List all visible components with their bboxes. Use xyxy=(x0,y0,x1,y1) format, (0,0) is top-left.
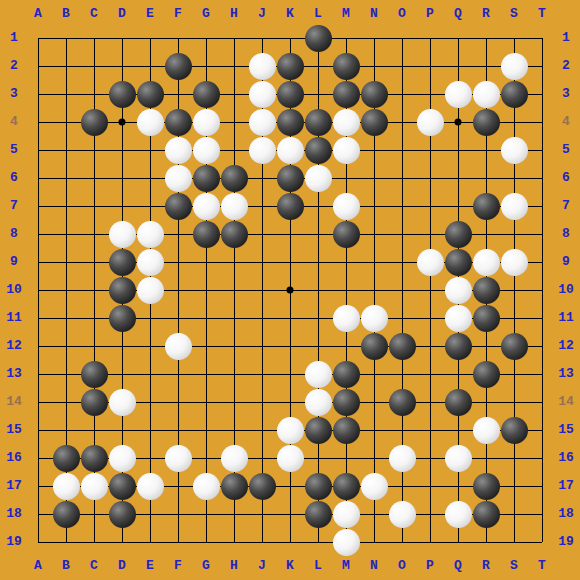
intersection-K9[interactable] xyxy=(276,248,304,276)
intersection-K2[interactable] xyxy=(276,52,304,80)
intersection-B11[interactable] xyxy=(52,304,80,332)
intersection-R19[interactable] xyxy=(472,528,500,556)
intersection-F4[interactable] xyxy=(164,108,192,136)
intersection-J7[interactable] xyxy=(248,192,276,220)
intersection-G18[interactable] xyxy=(192,500,220,528)
intersection-Q14[interactable] xyxy=(444,388,472,416)
intersection-J9[interactable] xyxy=(248,248,276,276)
intersection-B19[interactable] xyxy=(52,528,80,556)
intersection-G17[interactable] xyxy=(192,472,220,500)
intersection-M11[interactable] xyxy=(332,304,360,332)
intersection-E1[interactable] xyxy=(136,24,164,52)
intersection-C18[interactable] xyxy=(80,500,108,528)
intersection-P15[interactable] xyxy=(416,416,444,444)
intersection-R15[interactable] xyxy=(472,416,500,444)
intersection-F5[interactable] xyxy=(164,136,192,164)
intersection-C13[interactable] xyxy=(80,360,108,388)
intersection-B18[interactable] xyxy=(52,500,80,528)
intersection-R7[interactable] xyxy=(472,192,500,220)
intersection-O11[interactable] xyxy=(388,304,416,332)
intersection-N14[interactable] xyxy=(360,388,388,416)
intersection-T6[interactable] xyxy=(528,164,556,192)
intersection-P12[interactable] xyxy=(416,332,444,360)
intersection-O17[interactable] xyxy=(388,472,416,500)
intersection-N7[interactable] xyxy=(360,192,388,220)
intersection-H6[interactable] xyxy=(220,164,248,192)
intersection-D10[interactable] xyxy=(108,276,136,304)
intersection-H16[interactable] xyxy=(220,444,248,472)
intersection-G3[interactable] xyxy=(192,80,220,108)
intersection-A15[interactable] xyxy=(24,416,52,444)
intersection-M15[interactable] xyxy=(332,416,360,444)
intersection-G6[interactable] xyxy=(192,164,220,192)
intersection-L5[interactable] xyxy=(304,136,332,164)
intersection-E19[interactable] xyxy=(136,528,164,556)
intersection-A4[interactable] xyxy=(24,108,52,136)
intersection-G13[interactable] xyxy=(192,360,220,388)
intersection-D16[interactable] xyxy=(108,444,136,472)
intersection-S11[interactable] xyxy=(500,304,528,332)
intersection-B4[interactable] xyxy=(52,108,80,136)
intersection-H15[interactable] xyxy=(220,416,248,444)
intersection-M17[interactable] xyxy=(332,472,360,500)
intersection-R4[interactable] xyxy=(472,108,500,136)
intersection-H7[interactable] xyxy=(220,192,248,220)
intersection-B9[interactable] xyxy=(52,248,80,276)
intersection-M14[interactable] xyxy=(332,388,360,416)
intersection-C3[interactable] xyxy=(80,80,108,108)
intersection-F10[interactable] xyxy=(164,276,192,304)
intersection-E13[interactable] xyxy=(136,360,164,388)
intersection-J19[interactable] xyxy=(248,528,276,556)
intersection-R17[interactable] xyxy=(472,472,500,500)
intersection-C6[interactable] xyxy=(80,164,108,192)
intersection-L2[interactable] xyxy=(304,52,332,80)
intersection-P1[interactable] xyxy=(416,24,444,52)
intersection-K16[interactable] xyxy=(276,444,304,472)
intersection-Q18[interactable] xyxy=(444,500,472,528)
intersection-B16[interactable] xyxy=(52,444,80,472)
intersection-D3[interactable] xyxy=(108,80,136,108)
intersection-J1[interactable] xyxy=(248,24,276,52)
intersection-H8[interactable] xyxy=(220,220,248,248)
intersection-T3[interactable] xyxy=(528,80,556,108)
intersection-A1[interactable] xyxy=(24,24,52,52)
intersection-N8[interactable] xyxy=(360,220,388,248)
intersection-O1[interactable] xyxy=(388,24,416,52)
intersection-R11[interactable] xyxy=(472,304,500,332)
intersection-D11[interactable] xyxy=(108,304,136,332)
intersection-L8[interactable] xyxy=(304,220,332,248)
intersection-K10[interactable] xyxy=(276,276,304,304)
intersection-L10[interactable] xyxy=(304,276,332,304)
intersection-F3[interactable] xyxy=(164,80,192,108)
intersection-N16[interactable] xyxy=(360,444,388,472)
intersection-T16[interactable] xyxy=(528,444,556,472)
intersection-F13[interactable] xyxy=(164,360,192,388)
intersection-T19[interactable] xyxy=(528,528,556,556)
intersection-O14[interactable] xyxy=(388,388,416,416)
intersection-H11[interactable] xyxy=(220,304,248,332)
intersection-G11[interactable] xyxy=(192,304,220,332)
intersection-J14[interactable] xyxy=(248,388,276,416)
intersection-E16[interactable] xyxy=(136,444,164,472)
intersection-L18[interactable] xyxy=(304,500,332,528)
intersection-F16[interactable] xyxy=(164,444,192,472)
intersection-E17[interactable] xyxy=(136,472,164,500)
intersection-F12[interactable] xyxy=(164,332,192,360)
intersection-B10[interactable] xyxy=(52,276,80,304)
intersection-R8[interactable] xyxy=(472,220,500,248)
intersection-Q1[interactable] xyxy=(444,24,472,52)
intersection-H2[interactable] xyxy=(220,52,248,80)
intersection-M16[interactable] xyxy=(332,444,360,472)
intersection-T1[interactable] xyxy=(528,24,556,52)
intersection-A10[interactable] xyxy=(24,276,52,304)
intersection-E11[interactable] xyxy=(136,304,164,332)
intersection-S6[interactable] xyxy=(500,164,528,192)
intersection-J5[interactable] xyxy=(248,136,276,164)
intersection-J13[interactable] xyxy=(248,360,276,388)
intersection-P6[interactable] xyxy=(416,164,444,192)
intersection-F2[interactable] xyxy=(164,52,192,80)
intersection-L13[interactable] xyxy=(304,360,332,388)
intersection-T15[interactable] xyxy=(528,416,556,444)
intersection-C5[interactable] xyxy=(80,136,108,164)
intersection-P14[interactable] xyxy=(416,388,444,416)
intersection-Q9[interactable] xyxy=(444,248,472,276)
intersection-J11[interactable] xyxy=(248,304,276,332)
intersection-E18[interactable] xyxy=(136,500,164,528)
intersection-B12[interactable] xyxy=(52,332,80,360)
intersection-L17[interactable] xyxy=(304,472,332,500)
intersection-L12[interactable] xyxy=(304,332,332,360)
intersection-F18[interactable] xyxy=(164,500,192,528)
intersection-P9[interactable] xyxy=(416,248,444,276)
intersection-K15[interactable] xyxy=(276,416,304,444)
intersection-N12[interactable] xyxy=(360,332,388,360)
intersection-O15[interactable] xyxy=(388,416,416,444)
intersection-A19[interactable] xyxy=(24,528,52,556)
intersection-K8[interactable] xyxy=(276,220,304,248)
intersection-H19[interactable] xyxy=(220,528,248,556)
intersection-G1[interactable] xyxy=(192,24,220,52)
intersection-R2[interactable] xyxy=(472,52,500,80)
intersection-O9[interactable] xyxy=(388,248,416,276)
intersection-P18[interactable] xyxy=(416,500,444,528)
intersection-T9[interactable] xyxy=(528,248,556,276)
intersection-L19[interactable] xyxy=(304,528,332,556)
intersection-Q3[interactable] xyxy=(444,80,472,108)
intersection-Q19[interactable] xyxy=(444,528,472,556)
intersection-D7[interactable] xyxy=(108,192,136,220)
intersection-L3[interactable] xyxy=(304,80,332,108)
intersection-C1[interactable] xyxy=(80,24,108,52)
intersection-Q16[interactable] xyxy=(444,444,472,472)
intersection-O7[interactable] xyxy=(388,192,416,220)
intersection-S15[interactable] xyxy=(500,416,528,444)
intersection-L11[interactable] xyxy=(304,304,332,332)
intersection-O3[interactable] xyxy=(388,80,416,108)
intersection-E14[interactable] xyxy=(136,388,164,416)
intersection-K19[interactable] xyxy=(276,528,304,556)
intersection-E15[interactable] xyxy=(136,416,164,444)
intersection-M1[interactable] xyxy=(332,24,360,52)
intersection-N15[interactable] xyxy=(360,416,388,444)
intersection-N2[interactable] xyxy=(360,52,388,80)
intersection-R16[interactable] xyxy=(472,444,500,472)
intersection-Q15[interactable] xyxy=(444,416,472,444)
intersection-N1[interactable] xyxy=(360,24,388,52)
intersection-L14[interactable] xyxy=(304,388,332,416)
intersection-N11[interactable] xyxy=(360,304,388,332)
intersection-N5[interactable] xyxy=(360,136,388,164)
intersection-R6[interactable] xyxy=(472,164,500,192)
intersection-Q2[interactable] xyxy=(444,52,472,80)
intersection-M7[interactable] xyxy=(332,192,360,220)
intersection-S10[interactable] xyxy=(500,276,528,304)
intersection-D13[interactable] xyxy=(108,360,136,388)
intersection-T12[interactable] xyxy=(528,332,556,360)
intersection-S4[interactable] xyxy=(500,108,528,136)
intersection-K6[interactable] xyxy=(276,164,304,192)
intersection-C8[interactable] xyxy=(80,220,108,248)
intersection-T13[interactable] xyxy=(528,360,556,388)
intersection-E10[interactable] xyxy=(136,276,164,304)
intersection-S1[interactable] xyxy=(500,24,528,52)
intersection-Q13[interactable] xyxy=(444,360,472,388)
intersection-K3[interactable] xyxy=(276,80,304,108)
intersection-T17[interactable] xyxy=(528,472,556,500)
intersection-T2[interactable] xyxy=(528,52,556,80)
intersection-O4[interactable] xyxy=(388,108,416,136)
intersection-K14[interactable] xyxy=(276,388,304,416)
intersection-S5[interactable] xyxy=(500,136,528,164)
intersection-L1[interactable] xyxy=(304,24,332,52)
intersection-E8[interactable] xyxy=(136,220,164,248)
intersection-D19[interactable] xyxy=(108,528,136,556)
intersection-E3[interactable] xyxy=(136,80,164,108)
intersection-G9[interactable] xyxy=(192,248,220,276)
intersection-N17[interactable] xyxy=(360,472,388,500)
intersection-F7[interactable] xyxy=(164,192,192,220)
intersection-G7[interactable] xyxy=(192,192,220,220)
intersection-S13[interactable] xyxy=(500,360,528,388)
intersection-E2[interactable] xyxy=(136,52,164,80)
intersection-D17[interactable] xyxy=(108,472,136,500)
intersection-G19[interactable] xyxy=(192,528,220,556)
intersection-C15[interactable] xyxy=(80,416,108,444)
intersection-Q11[interactable] xyxy=(444,304,472,332)
intersection-D2[interactable] xyxy=(108,52,136,80)
intersection-M5[interactable] xyxy=(332,136,360,164)
intersection-P11[interactable] xyxy=(416,304,444,332)
intersection-T11[interactable] xyxy=(528,304,556,332)
intersection-M2[interactable] xyxy=(332,52,360,80)
intersection-J8[interactable] xyxy=(248,220,276,248)
intersection-F8[interactable] xyxy=(164,220,192,248)
intersection-J16[interactable] xyxy=(248,444,276,472)
intersection-E4[interactable] xyxy=(136,108,164,136)
intersection-M13[interactable] xyxy=(332,360,360,388)
intersection-A11[interactable] xyxy=(24,304,52,332)
intersection-A8[interactable] xyxy=(24,220,52,248)
intersection-J12[interactable] xyxy=(248,332,276,360)
intersection-N10[interactable] xyxy=(360,276,388,304)
intersection-O18[interactable] xyxy=(388,500,416,528)
intersection-R14[interactable] xyxy=(472,388,500,416)
intersection-K18[interactable] xyxy=(276,500,304,528)
intersection-Q12[interactable] xyxy=(444,332,472,360)
intersection-O19[interactable] xyxy=(388,528,416,556)
intersection-T10[interactable] xyxy=(528,276,556,304)
intersection-B7[interactable] xyxy=(52,192,80,220)
intersection-E6[interactable] xyxy=(136,164,164,192)
intersection-G10[interactable] xyxy=(192,276,220,304)
intersection-T18[interactable] xyxy=(528,500,556,528)
intersection-D6[interactable] xyxy=(108,164,136,192)
intersection-C12[interactable] xyxy=(80,332,108,360)
intersection-T5[interactable] xyxy=(528,136,556,164)
intersection-J4[interactable] xyxy=(248,108,276,136)
intersection-N4[interactable] xyxy=(360,108,388,136)
intersection-Q6[interactable] xyxy=(444,164,472,192)
intersection-C10[interactable] xyxy=(80,276,108,304)
intersection-N3[interactable] xyxy=(360,80,388,108)
intersection-N18[interactable] xyxy=(360,500,388,528)
intersection-A16[interactable] xyxy=(24,444,52,472)
intersection-C16[interactable] xyxy=(80,444,108,472)
intersection-J3[interactable] xyxy=(248,80,276,108)
intersection-S8[interactable] xyxy=(500,220,528,248)
intersection-A3[interactable] xyxy=(24,80,52,108)
intersection-B2[interactable] xyxy=(52,52,80,80)
intersection-P17[interactable] xyxy=(416,472,444,500)
intersection-A2[interactable] xyxy=(24,52,52,80)
intersection-Q4[interactable] xyxy=(444,108,472,136)
intersection-P19[interactable] xyxy=(416,528,444,556)
intersection-A9[interactable] xyxy=(24,248,52,276)
intersection-M8[interactable] xyxy=(332,220,360,248)
intersection-L16[interactable] xyxy=(304,444,332,472)
intersection-S7[interactable] xyxy=(500,192,528,220)
intersection-Q8[interactable] xyxy=(444,220,472,248)
intersection-O2[interactable] xyxy=(388,52,416,80)
intersection-M9[interactable] xyxy=(332,248,360,276)
intersection-F19[interactable] xyxy=(164,528,192,556)
intersection-F14[interactable] xyxy=(164,388,192,416)
intersection-F11[interactable] xyxy=(164,304,192,332)
intersection-F6[interactable] xyxy=(164,164,192,192)
intersection-O16[interactable] xyxy=(388,444,416,472)
intersection-D12[interactable] xyxy=(108,332,136,360)
intersection-G12[interactable] xyxy=(192,332,220,360)
intersection-G8[interactable] xyxy=(192,220,220,248)
intersection-J10[interactable] xyxy=(248,276,276,304)
intersection-H3[interactable] xyxy=(220,80,248,108)
intersection-B1[interactable] xyxy=(52,24,80,52)
intersection-K13[interactable] xyxy=(276,360,304,388)
intersection-N19[interactable] xyxy=(360,528,388,556)
intersection-B15[interactable] xyxy=(52,416,80,444)
intersection-B6[interactable] xyxy=(52,164,80,192)
intersection-L9[interactable] xyxy=(304,248,332,276)
intersection-B8[interactable] xyxy=(52,220,80,248)
intersection-L6[interactable] xyxy=(304,164,332,192)
intersection-P3[interactable] xyxy=(416,80,444,108)
intersection-D5[interactable] xyxy=(108,136,136,164)
intersection-H5[interactable] xyxy=(220,136,248,164)
intersection-G16[interactable] xyxy=(192,444,220,472)
intersection-F9[interactable] xyxy=(164,248,192,276)
intersection-C4[interactable] xyxy=(80,108,108,136)
intersection-L15[interactable] xyxy=(304,416,332,444)
intersection-F17[interactable] xyxy=(164,472,192,500)
intersection-T8[interactable] xyxy=(528,220,556,248)
intersection-S14[interactable] xyxy=(500,388,528,416)
intersection-L4[interactable] xyxy=(304,108,332,136)
intersection-K5[interactable] xyxy=(276,136,304,164)
intersection-R5[interactable] xyxy=(472,136,500,164)
intersection-A13[interactable] xyxy=(24,360,52,388)
intersection-E7[interactable] xyxy=(136,192,164,220)
intersection-O8[interactable] xyxy=(388,220,416,248)
intersection-M10[interactable] xyxy=(332,276,360,304)
intersection-F15[interactable] xyxy=(164,416,192,444)
intersection-C19[interactable] xyxy=(80,528,108,556)
intersection-S2[interactable] xyxy=(500,52,528,80)
intersection-M18[interactable] xyxy=(332,500,360,528)
intersection-R3[interactable] xyxy=(472,80,500,108)
intersection-P13[interactable] xyxy=(416,360,444,388)
intersection-S3[interactable] xyxy=(500,80,528,108)
intersection-P4[interactable] xyxy=(416,108,444,136)
intersection-O10[interactable] xyxy=(388,276,416,304)
intersection-J18[interactable] xyxy=(248,500,276,528)
intersection-M3[interactable] xyxy=(332,80,360,108)
intersection-P8[interactable] xyxy=(416,220,444,248)
intersection-K12[interactable] xyxy=(276,332,304,360)
intersection-C7[interactable] xyxy=(80,192,108,220)
intersection-S16[interactable] xyxy=(500,444,528,472)
intersection-K11[interactable] xyxy=(276,304,304,332)
intersection-S9[interactable] xyxy=(500,248,528,276)
intersection-P7[interactable] xyxy=(416,192,444,220)
intersection-N13[interactable] xyxy=(360,360,388,388)
intersection-M4[interactable] xyxy=(332,108,360,136)
intersection-F1[interactable] xyxy=(164,24,192,52)
intersection-J17[interactable] xyxy=(248,472,276,500)
intersection-H10[interactable] xyxy=(220,276,248,304)
intersection-C11[interactable] xyxy=(80,304,108,332)
intersection-T4[interactable] xyxy=(528,108,556,136)
intersection-N6[interactable] xyxy=(360,164,388,192)
intersection-D1[interactable] xyxy=(108,24,136,52)
intersection-S12[interactable] xyxy=(500,332,528,360)
intersection-H13[interactable] xyxy=(220,360,248,388)
intersection-O12[interactable] xyxy=(388,332,416,360)
intersection-C14[interactable] xyxy=(80,388,108,416)
intersection-D8[interactable] xyxy=(108,220,136,248)
intersection-Q17[interactable] xyxy=(444,472,472,500)
intersection-O13[interactable] xyxy=(388,360,416,388)
intersection-A12[interactable] xyxy=(24,332,52,360)
intersection-N9[interactable] xyxy=(360,248,388,276)
intersection-K1[interactable] xyxy=(276,24,304,52)
intersection-M6[interactable] xyxy=(332,164,360,192)
intersection-A5[interactable] xyxy=(24,136,52,164)
intersection-S18[interactable] xyxy=(500,500,528,528)
